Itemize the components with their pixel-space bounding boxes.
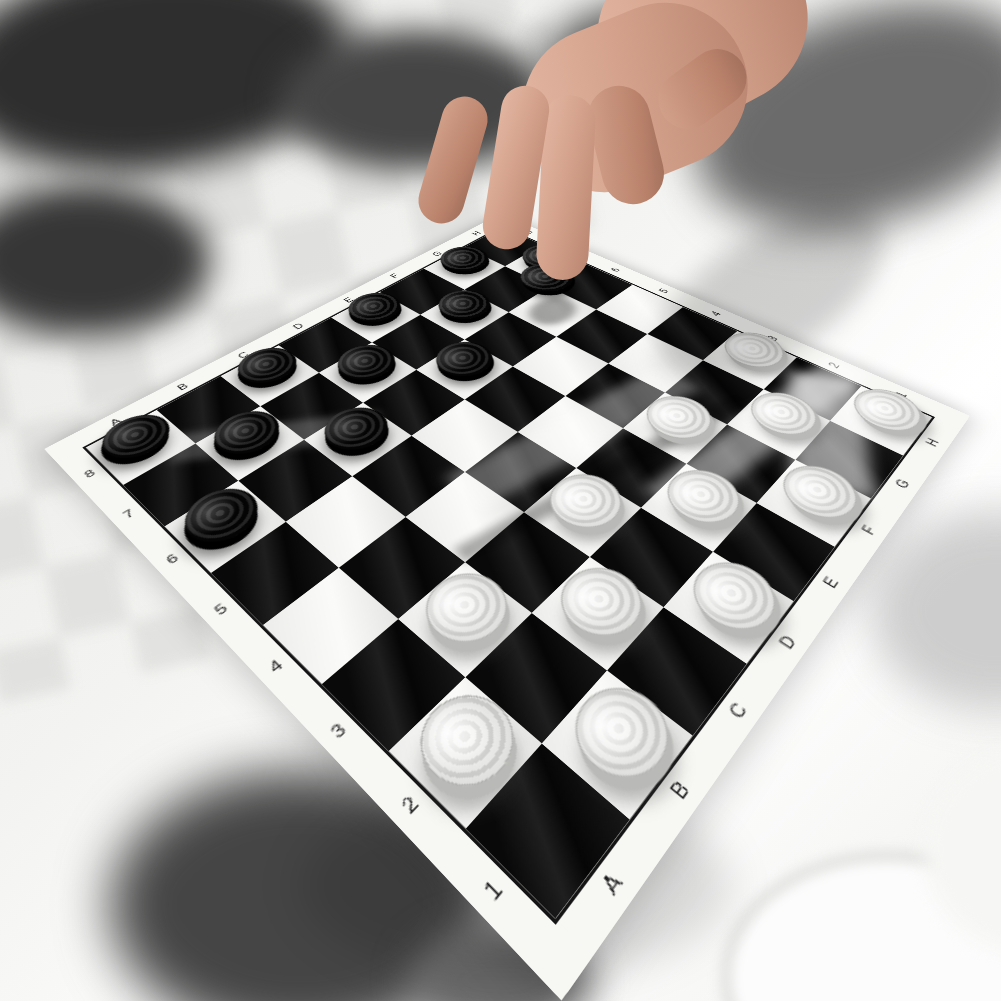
checker-black-b7[interactable] (202, 403, 291, 463)
checker-black-d7[interactable] (326, 338, 406, 387)
checker-white-f1[interactable] (771, 456, 869, 529)
checker-black-c6[interactable] (312, 400, 400, 460)
checker-white-g2[interactable] (740, 385, 828, 444)
checker-white-b1[interactable] (557, 671, 686, 798)
checker-black-e8[interactable] (338, 287, 411, 328)
checker-black-e6[interactable] (425, 335, 504, 383)
background-checker-stack-2 (280, 30, 550, 170)
checker-white-d1[interactable] (678, 550, 789, 645)
checker-white-b3[interactable] (409, 561, 523, 658)
checker-white-f3[interactable] (634, 388, 723, 448)
background-gray-smudge-right (870, 510, 1001, 710)
checker-white-d3[interactable] (535, 464, 635, 539)
checker-black-c8[interactable] (227, 341, 308, 390)
held-checker-black-g6[interactable] (510, 258, 584, 297)
checker-white-a2[interactable] (401, 678, 532, 807)
checker-white-c2[interactable] (545, 555, 658, 651)
checker-black-g8[interactable] (431, 242, 498, 276)
checker-white-e2[interactable] (654, 460, 753, 534)
held-piece-shadow (519, 292, 585, 330)
checker-black-f7[interactable] (428, 285, 500, 325)
checker-black-a6[interactable] (172, 479, 272, 554)
